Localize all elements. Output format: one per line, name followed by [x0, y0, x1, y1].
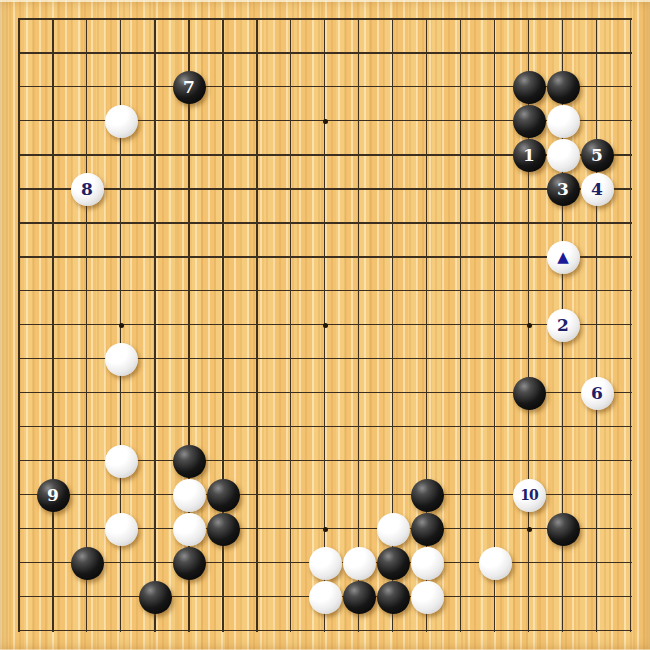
screenshot-root: 715834▲26910: [0, 0, 650, 650]
black-stone: [139, 581, 172, 614]
move-number: 6: [591, 385, 603, 402]
black-stone: [207, 513, 240, 546]
move-number: 8: [81, 181, 93, 198]
star-point: [323, 527, 328, 532]
white-stone: [547, 139, 580, 172]
black-stone: 9: [37, 479, 70, 512]
black-stone: [173, 445, 206, 478]
white-stone: 4: [581, 173, 614, 206]
white-stone: 6: [581, 377, 614, 410]
star-point: [527, 323, 532, 328]
white-stone: [309, 547, 342, 580]
white-stone: [173, 513, 206, 546]
white-stone: [105, 513, 138, 546]
white-stone: 8: [71, 173, 104, 206]
star-point: [527, 527, 532, 532]
black-stone: [71, 547, 104, 580]
white-stone: [547, 105, 580, 138]
white-stone: [309, 581, 342, 614]
white-stone: 2: [547, 309, 580, 342]
black-stone: [547, 513, 580, 546]
white-stone: [411, 547, 444, 580]
star-point: [323, 323, 328, 328]
white-stone: ▲: [547, 241, 580, 274]
black-stone: 1: [513, 139, 546, 172]
black-stone: [173, 547, 206, 580]
white-stone: [173, 479, 206, 512]
move-number: 5: [591, 147, 603, 164]
white-stone: [377, 513, 410, 546]
star-point: [119, 323, 124, 328]
white-stone: 10: [513, 479, 546, 512]
move-number: 4: [591, 181, 603, 198]
black-stone: [411, 479, 444, 512]
black-stone: [513, 377, 546, 410]
black-stone: [513, 71, 546, 104]
move-number: 9: [47, 487, 59, 504]
move-number: 2: [557, 317, 569, 334]
black-stone: [377, 547, 410, 580]
black-stone: 5: [581, 139, 614, 172]
move-number: 7: [183, 79, 195, 96]
white-stone: [105, 445, 138, 478]
white-stone: [105, 105, 138, 138]
black-stone: [513, 105, 546, 138]
white-stone: [479, 547, 512, 580]
move-number: 1: [523, 147, 535, 164]
star-point: [323, 119, 328, 124]
black-stone: [207, 479, 240, 512]
black-stone: [377, 581, 410, 614]
move-number: 3: [557, 181, 569, 198]
black-stone: 7: [173, 71, 206, 104]
black-stone: [411, 513, 444, 546]
white-stone: [411, 581, 444, 614]
black-stone: [343, 581, 376, 614]
move-number: 10: [520, 488, 537, 502]
black-stone: 3: [547, 173, 580, 206]
white-stone: [105, 343, 138, 376]
black-stone: [547, 71, 580, 104]
triangle-marker-icon: ▲: [557, 250, 569, 265]
go-board[interactable]: 715834▲26910: [0, 0, 650, 650]
white-stone: [343, 547, 376, 580]
